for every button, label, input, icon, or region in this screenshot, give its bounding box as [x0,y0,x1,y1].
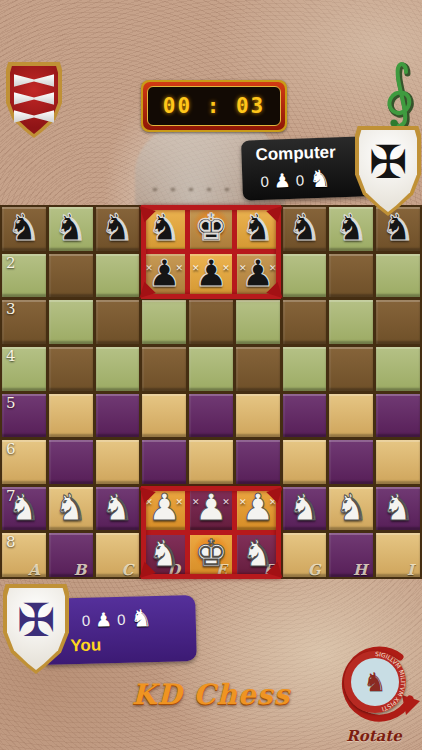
square-h7[interactable]: ♞ [329,487,373,531]
black-maltese-cross-icon: ✠ [355,131,421,193]
square-f2[interactable]: ♟ [236,254,280,298]
square-b2[interactable] [49,254,93,298]
square-c4[interactable] [96,347,140,391]
black-pawn[interactable]: ♟ [142,256,186,293]
square-i4[interactable] [376,347,420,391]
square-a6[interactable]: 6 [2,440,46,484]
square-d4[interactable] [142,347,186,391]
file-label: A [28,561,40,579]
square-c7[interactable]: ♞ [96,487,140,531]
black-knight[interactable]: ♞ [96,209,140,246]
square-h4[interactable] [329,347,373,391]
square-f4[interactable] [236,347,280,391]
square-d7[interactable]: ♟ [142,487,186,531]
white-knight[interactable]: ♞ [2,489,46,526]
white-knight[interactable]: ♞ [283,489,327,526]
square-f5[interactable] [236,394,280,438]
file-label: H [353,561,367,579]
square-g3[interactable] [283,300,327,344]
rotate-board-button[interactable]: SIGILLVM MILITVM XPISTI ♞ Rotate [328,645,420,745]
square-i7[interactable]: ♞ [376,487,420,531]
you-shield-icon: ✠ [3,584,69,674]
music-treble-clef-icon [380,56,420,132]
square-e2[interactable]: ♟ [189,254,233,298]
you-name: You [70,633,190,656]
square-d2[interactable]: ♟ [142,254,186,298]
computer-captured-knights: 0 [295,171,304,188]
square-e1[interactable]: ♚ [189,207,233,251]
black-knight[interactable]: ♞ [2,209,46,246]
knight-icon: ♞ [309,165,331,194]
pawn-icon: ♟ [273,169,291,192]
knight-icon: ♞ [130,604,152,633]
white-knight[interactable]: ♞ [96,489,140,526]
square-e8[interactable]: E♚ [189,533,233,577]
square-d8[interactable]: D♞ [142,533,186,577]
square-b1[interactable]: ♞ [49,207,93,251]
square-g4[interactable] [283,347,327,391]
square-d6[interactable] [142,440,186,484]
computer-shield-icon: ✠ [355,126,421,216]
square-b5[interactable] [49,394,93,438]
square-a4[interactable]: 4 [2,347,46,391]
square-e5[interactable] [189,394,233,438]
square-b6[interactable] [49,440,93,484]
black-knight[interactable]: ♞ [49,209,93,246]
square-i8[interactable]: I [376,533,420,577]
square-c8[interactable]: C [96,533,140,577]
black-pawn[interactable]: ♟ [236,256,280,293]
square-h3[interactable] [329,300,373,344]
you-captured-pawns: 0 [82,611,91,628]
file-label: G [308,561,321,579]
square-f7[interactable]: ♟ [236,487,280,531]
white-pawn[interactable]: ♟ [142,489,186,526]
purple-maltese-cross-icon: ✠ [3,589,69,651]
rank-label: 2 [6,254,16,272]
rank-label: 4 [6,347,16,365]
square-c1[interactable]: ♞ [96,207,140,251]
square-b4[interactable] [49,347,93,391]
kd-chess-app: 00 : 03 Computer 0 ♟ 0 ♞ ✠ ♞♞♞♞♚♞♞♞♞2♟♟♟… [0,0,422,750]
templar-seal-icon: SIGILLVM MILITVM XPISTI ♞ [344,651,406,713]
file-label: B [74,561,87,579]
black-knight[interactable]: ♞ [283,209,327,246]
chess-board: ♞♞♞♞♚♞♞♞♞2♟♟♟34567♞♞♞♟♟♟♞♞♞8ABCD♞E♚F♞GHI [0,205,422,579]
square-a7[interactable]: 7♞ [2,487,46,531]
square-c5[interactable] [96,394,140,438]
square-d3[interactable] [142,300,186,344]
black-pawn[interactable]: ♟ [189,256,233,293]
rank-label: 6 [6,440,16,458]
square-b8[interactable]: B [49,533,93,577]
white-king[interactable]: ♚ [189,536,233,573]
square-i2[interactable] [376,254,420,298]
square-f8[interactable]: F♞ [236,533,280,577]
rotate-label: Rotate [328,727,420,745]
square-h8[interactable]: H [329,533,373,577]
square-h5[interactable] [329,394,373,438]
square-a5[interactable]: 5 [2,394,46,438]
square-e6[interactable] [189,440,233,484]
square-f1[interactable]: ♞ [236,207,280,251]
black-knight[interactable]: ♞ [236,209,280,246]
file-label: I [407,561,414,579]
square-g1[interactable]: ♞ [283,207,327,251]
file-label: C [121,561,133,579]
square-d1[interactable]: ♞ [142,207,186,251]
timer-value: 00 : 03 [147,86,281,126]
white-knight[interactable]: ♞ [329,489,373,526]
square-e3[interactable] [189,300,233,344]
white-knight[interactable]: ♞ [49,489,93,526]
white-knight[interactable]: ♞ [142,536,186,573]
two-knights-horse-icon: ♞ [363,667,386,697]
square-c2[interactable] [96,254,140,298]
square-h6[interactable] [329,440,373,484]
square-a2[interactable]: 2 [2,254,46,298]
square-g8[interactable]: G [283,533,327,577]
square-i6[interactable] [376,440,420,484]
square-d5[interactable] [142,394,186,438]
square-f6[interactable] [236,440,280,484]
square-a3[interactable]: 3 [2,300,46,344]
pawn-icon: ♟ [95,608,113,630]
square-b3[interactable] [49,300,93,344]
white-knight[interactable]: ♞ [236,536,280,573]
music-toggle-button[interactable] [380,56,420,132]
black-king[interactable]: ♚ [189,209,233,246]
square-g7[interactable]: ♞ [283,487,327,531]
square-g6[interactable] [283,440,327,484]
red-heraldic-shield-icon [6,62,62,138]
you-captured-knights: 0 [117,610,126,627]
square-g2[interactable] [283,254,327,298]
square-c3[interactable] [96,300,140,344]
computer-captured-pawns: 0 [260,172,269,189]
white-knight[interactable]: ♞ [376,489,420,526]
rank-label: 3 [6,300,16,318]
square-e7[interactable]: ♟ [189,487,233,531]
square-a1[interactable]: ♞ [2,207,46,251]
rank-label: 5 [6,394,16,412]
square-i5[interactable] [376,394,420,438]
white-pawn[interactable]: ♟ [236,489,280,526]
square-f3[interactable] [236,300,280,344]
rank-label: 8 [6,533,16,551]
game-timer: 00 : 03 [141,80,287,132]
square-a8[interactable]: 8A [2,533,46,577]
square-h2[interactable] [329,254,373,298]
square-g5[interactable] [283,394,327,438]
white-pawn[interactable]: ♟ [189,489,233,526]
square-c6[interactable] [96,440,140,484]
square-i3[interactable] [376,300,420,344]
square-e4[interactable] [189,347,233,391]
black-knight[interactable]: ♞ [142,209,186,246]
square-b7[interactable]: ♞ [49,487,93,531]
